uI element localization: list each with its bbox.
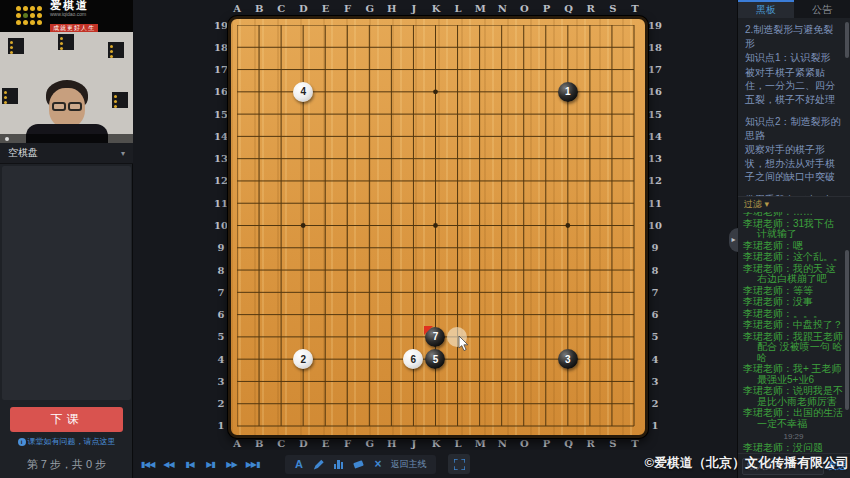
right-panel: ▸ 黑板 公告 2.制造裂形与避免裂形知识点1：认识裂形被对手棋子紧紧贴住，一分… [737,0,850,478]
coord-label: 15 [648,103,662,125]
coord-label: L [447,1,469,15]
board-point-Q16[interactable]: 1 [557,81,579,103]
coord-label: A [226,1,248,15]
coord-label: T [624,1,646,15]
coord-label: F [337,1,359,15]
coord-label: B [248,436,270,450]
pen-tool-button[interactable] [312,458,325,471]
tab-announcement[interactable]: 公告 [794,0,850,18]
fullscreen-icon [454,459,465,470]
skip-to-end-button[interactable]: ▶▶▮ [242,457,263,472]
lesson-note-line: 知识点1：认识裂形 [745,51,841,65]
board-selector-label: 空棋盘 [8,146,121,160]
last-move-marker-icon [424,326,433,335]
panel-tabs: 黑板 公告 [738,0,850,18]
coord-label: 6 [648,303,662,325]
chat-message: 李珺老师：…… [743,212,844,218]
end-class-button[interactable]: 下课 [10,407,123,432]
annotation-tools-group: A × 返回主线 [285,455,436,474]
coord-label: A [226,436,248,450]
app-logo: 爱棋道 www.iqidao.com 成就更好人生 [0,0,133,32]
chat-timestamp: 19:29 [743,432,844,441]
board-surface[interactable]: 1234567 [228,16,648,438]
coord-label: O [513,436,535,450]
chat-message: 李珺老师：嗯 [743,241,844,252]
chat-scrollbar[interactable] [845,250,849,410]
coord-label: L [447,436,469,450]
chat-message: 李珺老师：我+ 王老师 最强业5+业6 [743,364,844,385]
coord-label: O [513,1,535,15]
chat-message: 李珺老师：这个乱。。 [743,252,844,263]
chat-message: 李珺老师：没事 [743,297,844,308]
coord-label: 12 [648,170,662,192]
coord-label: Q [558,1,580,15]
coord-label: D [292,1,314,15]
lesson-note-line: 观察对手的棋子形状，想办法从对手棋子之间的缺口中突破 [745,143,841,184]
chat-message: 李珺老师：我跟王老师配合 没被喷一句 哈哈 [743,332,844,364]
prev-move-button[interactable]: ▮◀ [179,457,200,472]
chat-message-list: 李珺老师：……李珺老师：31我下估计就输了李珺老师：嗯李珺老师：这个乱。。李珺老… [738,212,846,452]
coord-label: J [403,436,425,450]
lesson-note-line [745,185,841,192]
pen-icon [312,458,325,471]
board-point-Q4[interactable]: 3 [557,348,579,370]
coord-label: T [624,436,646,450]
stone-black-K5[interactable]: 7 [425,327,445,347]
chat-filter-dropdown[interactable]: 过滤 ▾ [744,198,769,211]
lesson-note-line: 被对手棋子紧紧贴住，一分为二、四分五裂，棋子不好处理 [745,66,841,107]
coord-label: M [469,436,491,450]
x-mark-icon: × [374,459,381,469]
chat-message: 李珺老师：我的天 这右边白棋崩了吧 [743,264,844,285]
coord-label: C [270,1,292,15]
chat-message: 李珺老师：没问题 [743,443,844,452]
chevron-down-icon: ▾ [121,149,125,158]
board-selector-dropdown[interactable]: 空棋盘 ▾ [0,143,133,164]
video-status-bar [0,134,133,143]
coord-label: F [337,436,359,450]
coord-label: 8 [648,259,662,281]
coord-label: B [248,1,270,15]
glasses-icon [52,102,82,111]
coord-label: Q [558,436,580,450]
board-point-K4[interactable]: 5 [424,348,446,370]
coord-label: N [491,1,513,15]
chat-input[interactable] [742,458,824,475]
chat-filter-row: 过滤 ▾ [738,196,850,211]
logo-dots-icon [16,6,44,27]
board-toolbar: ▮◀◀ ◀◀ ▮◀ ▶▮ ▶▶ ▶▶▮ A [134,450,737,478]
go-teaching-app: 爱棋道 www.iqidao.com 成就更好人生 空棋盘 ▾ 下课 i课堂如有… [0,0,850,478]
hover-preview-point-L5[interactable] [446,326,468,348]
coord-label: E [314,436,336,450]
board-point-J4[interactable]: 6 [402,348,424,370]
coord-label: 1 [648,415,662,437]
notes-scrollbar[interactable] [845,22,849,58]
forward-button[interactable]: ▶▶ [221,457,242,472]
coord-label: 18 [648,36,662,58]
tab-blackboard[interactable]: 黑板 [738,0,794,18]
lesson-note-line: 2.制造裂形与避免裂形 [745,23,841,50]
coord-label: P [535,436,557,450]
stone-white-J4[interactable]: 6 [403,349,423,369]
back-to-mainline-button[interactable]: 返回主线 [390,458,426,471]
fullscreen-button[interactable] [448,454,470,474]
stone-black-Q4[interactable]: 3 [558,349,578,369]
coord-label: 9 [648,237,662,259]
coord-label: 4 [648,348,662,370]
score-estimate-tool-button[interactable] [334,459,344,469]
chat-message: 李珺老师：31我下估计就输了 [743,219,844,240]
coord-label: 14 [648,125,662,147]
left-sidebar: 爱棋道 www.iqidao.com 成就更好人生 空棋盘 ▾ 下课 i课堂如有… [0,0,133,478]
info-icon: i [18,438,26,446]
coord-label: 19 [648,14,662,36]
mic-indicator-icon [5,137,9,141]
bar-chart-icon [334,459,344,469]
board-point-K5[interactable]: 7 [424,326,446,348]
coord-label: K [425,436,447,450]
stones-layer: 1234567 [226,14,645,437]
eraser-tool-button[interactable] [352,458,365,470]
coord-label: C [270,436,292,450]
eraser-icon [352,458,365,470]
chat-message: 李珺老师：中盘投了？ [743,320,844,331]
next-move-button[interactable]: ▶▮ [200,457,221,472]
coord-label: 3 [648,370,662,392]
coord-label: G [359,1,381,15]
help-link[interactable]: i课堂如有问题，请点这里 [0,436,133,447]
coord-label: G [359,436,381,450]
coord-label: 5 [648,326,662,348]
coord-label: M [469,1,491,15]
lesson-note-line [745,107,841,114]
lesson-notes: 2.制造裂形与避免裂形知识点1：认识裂形被对手棋子紧紧贴住，一分为二、四分五裂，… [738,18,850,196]
coord-label: D [292,436,314,450]
coord-label: 17 [648,59,662,81]
coord-label: S [602,1,624,15]
lesson-note-line: 知识点2：制造裂形的思路 [745,115,841,142]
coord-label: H [381,436,403,450]
rewind-button[interactable]: ◀◀ [158,457,179,472]
coord-label: 7 [648,281,662,303]
stone-black-Q16[interactable]: 1 [558,82,578,102]
stone-white-D16[interactable]: 4 [293,82,313,102]
coord-label: 2 [648,392,662,414]
instructor-webcam-video [0,32,133,143]
coord-label: J [403,1,425,15]
go-board: ABCDEFGHJKLMNOPQRST ABCDEFGHJKLMNOPQRST … [214,0,660,450]
chat-message: 李珺老师：等等 [743,286,844,297]
chat-input-bar: 发送 [738,453,850,478]
logo-title: 爱棋道 [50,0,98,11]
chat-message: 李珺老师：出国的生活一定不幸福 [743,408,844,429]
logo-url: www.iqidao.com [50,12,98,17]
board-column-labels-bottom: ABCDEFGHJKLMNOPQRST [226,436,646,450]
coord-label: P [535,1,557,15]
sidebar-empty-panel [2,166,131,400]
coord-label: H [381,1,403,15]
board-column-labels-top: ABCDEFGHJKLMNOPQRST [226,1,646,15]
coord-label: 16 [648,81,662,103]
move-navigation-group: ▮◀◀ ◀◀ ▮◀ ▶▮ ▶▶ ▶▶▮ [137,457,263,472]
board-row-labels-right: 19181716151413121110987654321 [648,14,660,437]
coord-label: 11 [648,192,662,214]
logo-slogan: 成就更好人生 [50,24,98,32]
board-point-D16[interactable]: 4 [292,81,314,103]
move-steps-status: 第 7 步，共 0 步 [0,457,133,472]
coord-label: K [425,1,447,15]
board-point-D4[interactable]: 2 [292,348,314,370]
main-area: ABCDEFGHJKLMNOPQRST ABCDEFGHJKLMNOPQRST … [134,0,737,478]
chat-message: 李珺老师：。。。 [743,309,844,320]
clear-marks-tool-button[interactable]: × [374,459,381,469]
coord-label: S [602,436,624,450]
coord-label: 13 [648,148,662,170]
coord-label: N [491,436,513,450]
send-button[interactable]: 发送 [827,459,847,473]
letter-marker-tool-button[interactable]: A [295,458,303,470]
coord-label: 10 [648,214,662,236]
panel-collapse-handle[interactable]: ▸ [729,228,738,252]
mouse-cursor-icon [458,335,470,352]
stone-white-D4[interactable]: 2 [293,349,313,369]
skip-to-start-button[interactable]: ▮◀◀ [137,457,158,472]
stone-black-K4[interactable]: 5 [425,349,445,369]
coord-label: R [580,1,602,15]
chat-message: 李珺老师：说明我是不是比小雨老师厉害 [743,386,844,407]
coord-label: R [580,436,602,450]
coord-label: E [314,1,336,15]
